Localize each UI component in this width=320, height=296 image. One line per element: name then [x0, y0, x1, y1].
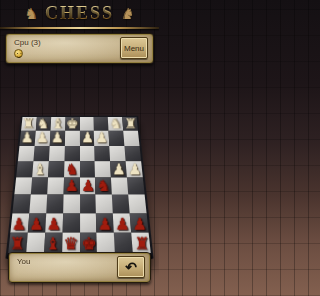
piece-red-king: ♚: [80, 229, 98, 253]
square-g5[interactable]: ♟: [110, 161, 127, 177]
square-e8[interactable]: [80, 117, 95, 131]
piece-white-knight: ♞: [109, 111, 124, 131]
square-h4[interactable]: [127, 177, 145, 194]
piece-red-pawn: ♟: [28, 209, 45, 232]
piece-white-rook: ♜: [21, 111, 36, 131]
square-d2[interactable]: [62, 213, 79, 232]
square-f1[interactable]: [97, 232, 115, 253]
player-name: You: [17, 257, 31, 266]
piece-red-rook: ♜: [133, 229, 151, 253]
square-h3[interactable]: [128, 195, 146, 213]
square-e7[interactable]: ♟: [80, 131, 95, 146]
knight-ornament-left-icon: ♞: [25, 6, 38, 21]
piece-red-pawn: ♟: [10, 209, 27, 232]
square-d7[interactable]: [65, 131, 80, 146]
square-g1[interactable]: [114, 232, 133, 253]
square-a3[interactable]: [12, 195, 30, 213]
piece-red-rook: ♜: [8, 229, 26, 253]
square-a4[interactable]: [14, 177, 32, 194]
square-c3[interactable]: [46, 195, 63, 213]
square-e3[interactable]: [80, 195, 97, 213]
square-a7[interactable]: ♟: [20, 131, 36, 146]
square-f6[interactable]: [94, 146, 110, 161]
square-d6[interactable]: [64, 146, 79, 161]
square-d3[interactable]: [63, 195, 80, 213]
square-e2[interactable]: [80, 213, 97, 232]
piece-white-knight: ♞: [36, 111, 51, 131]
square-h8[interactable]: ♜: [122, 117, 138, 131]
piece-white-king: ♚: [65, 111, 80, 131]
smiley-face-icon: [14, 49, 23, 58]
square-f2[interactable]: ♟: [96, 213, 114, 232]
square-h1[interactable]: ♜: [131, 232, 150, 253]
opponent-panel: Cpu (3) Menu: [5, 33, 154, 64]
undo-arrow-icon: ↶: [125, 260, 137, 274]
square-c4[interactable]: [47, 177, 64, 194]
square-c1[interactable]: ♝: [44, 232, 62, 253]
title-divider: [0, 27, 159, 29]
chess-board[interactable]: ♜♞♝♚♞♜♟♟♟♟♟♝♞♟♟♟♟♞♟♟♟♟♟♟♜♝♛♚♜: [5, 116, 153, 259]
square-a2[interactable]: ♟: [10, 213, 29, 232]
square-e4[interactable]: ♟: [80, 177, 96, 194]
square-b7[interactable]: ♟: [35, 131, 51, 146]
square-b5[interactable]: ♝: [32, 161, 49, 177]
square-c2[interactable]: ♟: [45, 213, 63, 232]
piece-white-rook: ♜: [123, 111, 138, 131]
square-e5[interactable]: [80, 161, 96, 177]
square-a8[interactable]: ♜: [21, 117, 37, 131]
square-b6[interactable]: [33, 146, 49, 161]
square-d5[interactable]: ♞: [64, 161, 80, 177]
square-c8[interactable]: ♝: [50, 117, 65, 131]
square-c6[interactable]: [49, 146, 65, 161]
square-h7[interactable]: [123, 131, 139, 146]
square-c7[interactable]: ♟: [50, 131, 65, 146]
piece-red-pawn: ♟: [97, 209, 114, 232]
square-g2[interactable]: ♟: [113, 213, 131, 232]
opponent-name: Cpu (3): [14, 38, 41, 47]
square-g4[interactable]: [111, 177, 128, 194]
square-g8[interactable]: ♞: [108, 117, 123, 131]
square-g7[interactable]: [109, 131, 125, 146]
square-g3[interactable]: [112, 195, 130, 213]
board-scene: ♜♞♝♚♞♜♟♟♟♟♟♝♞♟♟♟♟♞♟♟♟♟♟♟♜♝♛♚♜: [0, 90, 159, 250]
square-d1[interactable]: ♛: [62, 232, 80, 253]
player-panel: You ↶: [8, 252, 151, 283]
square-f7[interactable]: ♟: [94, 131, 109, 146]
square-f3[interactable]: [96, 195, 113, 213]
square-b8[interactable]: ♞: [36, 117, 51, 131]
square-b2[interactable]: ♟: [28, 213, 46, 232]
square-h2[interactable]: ♟: [130, 213, 149, 232]
undo-button[interactable]: ↶: [117, 256, 145, 278]
square-g6[interactable]: [109, 146, 125, 161]
square-e1[interactable]: ♚: [80, 232, 98, 253]
square-h5[interactable]: ♟: [126, 161, 143, 177]
square-c5[interactable]: [48, 161, 64, 177]
piece-red-queen: ♛: [62, 229, 80, 253]
app-title: CHESS: [45, 3, 114, 24]
square-a6[interactable]: [18, 146, 35, 161]
piece-red-pawn: ♟: [45, 209, 62, 232]
title-bar: ♞ CHESS ♞: [0, 0, 159, 27]
knight-ornament-right-icon: ♞: [121, 6, 134, 21]
piece-white-bishop: ♝: [50, 111, 65, 131]
square-f5[interactable]: [95, 161, 111, 177]
piece-red-bishop: ♝: [44, 229, 62, 253]
square-a1[interactable]: ♜: [8, 232, 27, 253]
square-b3[interactable]: [29, 195, 47, 213]
square-f8[interactable]: [94, 117, 109, 131]
square-d8[interactable]: ♚: [65, 117, 80, 131]
square-f4[interactable]: ♞: [95, 177, 112, 194]
piece-red-pawn: ♟: [114, 209, 131, 232]
menu-button[interactable]: Menu: [120, 37, 148, 59]
square-b4[interactable]: [31, 177, 48, 194]
square-a5[interactable]: [16, 161, 33, 177]
square-e6[interactable]: [80, 146, 95, 161]
piece-red-pawn: ♟: [131, 209, 148, 232]
menu-button-label: Menu: [124, 44, 144, 53]
square-h6[interactable]: [124, 146, 141, 161]
square-d4[interactable]: ♟: [63, 177, 79, 194]
square-b1[interactable]: [26, 232, 45, 253]
